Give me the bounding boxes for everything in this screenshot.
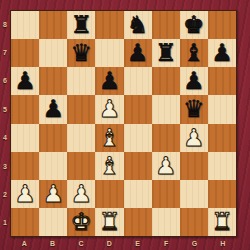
piece-white-pawn-a2[interactable]: ♟ xyxy=(14,182,36,206)
square-b7[interactable] xyxy=(39,39,67,67)
square-h5[interactable] xyxy=(208,95,236,123)
square-c5[interactable] xyxy=(67,95,95,123)
file-label-g: G xyxy=(180,237,208,249)
rank-label-5: 5 xyxy=(0,95,10,123)
piece-black-rook-f7[interactable]: ♜ xyxy=(155,41,177,65)
piece-black-queen-g5[interactable]: ♛ xyxy=(183,97,205,121)
piece-black-rook-c8[interactable]: ♜ xyxy=(71,13,93,37)
square-a3[interactable] xyxy=(11,152,39,180)
square-h3[interactable] xyxy=(208,152,236,180)
square-h6[interactable] xyxy=(208,67,236,95)
file-label-d: D xyxy=(95,237,123,249)
square-f2[interactable] xyxy=(152,180,180,208)
piece-black-pawn-e7[interactable]: ♟ xyxy=(127,41,149,65)
piece-black-knight-e8[interactable]: ♞ xyxy=(127,13,149,37)
rank-label-7: 7 xyxy=(0,38,10,66)
square-a8[interactable] xyxy=(11,11,39,39)
square-e5[interactable] xyxy=(124,95,152,123)
file-label-f: F xyxy=(152,237,180,249)
square-f3[interactable]: ♟ xyxy=(152,152,180,180)
file-label-e: E xyxy=(124,237,152,249)
file-label-b: B xyxy=(38,237,66,249)
square-f7[interactable]: ♜ xyxy=(152,39,180,67)
square-a7[interactable] xyxy=(11,39,39,67)
square-b1[interactable] xyxy=(39,208,67,236)
rank-label-3: 3 xyxy=(0,152,10,180)
piece-black-bishop-g7[interactable]: ♝ xyxy=(183,41,205,65)
square-g8[interactable]: ♚ xyxy=(180,11,208,39)
square-e1[interactable] xyxy=(124,208,152,236)
square-e3[interactable] xyxy=(124,152,152,180)
piece-white-pawn-d5[interactable]: ♟ xyxy=(99,97,121,121)
piece-black-queen-c7[interactable]: ♛ xyxy=(71,41,93,65)
piece-white-rook-h1[interactable]: ♜ xyxy=(211,210,233,234)
square-c4[interactable] xyxy=(67,124,95,152)
square-g4[interactable]: ♟ xyxy=(180,124,208,152)
chessboard-widget: 87654321 ♜♞♚♛♟♜♝♟♟♟♟♟♟♛♝♟♝♟♟♟♟♚♜♜ ABCDEF… xyxy=(0,0,250,250)
square-g6[interactable]: ♟ xyxy=(180,67,208,95)
square-e2[interactable] xyxy=(124,180,152,208)
square-c1[interactable]: ♚ xyxy=(67,208,95,236)
square-g1[interactable] xyxy=(180,208,208,236)
square-b6[interactable] xyxy=(39,67,67,95)
square-f1[interactable] xyxy=(152,208,180,236)
square-b4[interactable] xyxy=(39,124,67,152)
square-f5[interactable] xyxy=(152,95,180,123)
square-e8[interactable]: ♞ xyxy=(124,11,152,39)
piece-white-bishop-d4[interactable]: ♝ xyxy=(99,126,121,150)
piece-white-pawn-c2[interactable]: ♟ xyxy=(71,182,93,206)
piece-white-rook-d1[interactable]: ♜ xyxy=(99,210,121,234)
square-g7[interactable]: ♝ xyxy=(180,39,208,67)
square-b8[interactable] xyxy=(39,11,67,39)
rank-label-8: 8 xyxy=(0,10,10,38)
square-c6[interactable] xyxy=(67,67,95,95)
square-a5[interactable] xyxy=(11,95,39,123)
piece-white-bishop-d3[interactable]: ♝ xyxy=(99,154,121,178)
square-a2[interactable]: ♟ xyxy=(11,180,39,208)
file-label-h: H xyxy=(209,237,237,249)
square-a6[interactable]: ♟ xyxy=(11,67,39,95)
rank-label-4: 4 xyxy=(0,124,10,152)
piece-white-pawn-g4[interactable]: ♟ xyxy=(183,126,205,150)
square-d6[interactable]: ♟ xyxy=(95,67,123,95)
square-c7[interactable]: ♛ xyxy=(67,39,95,67)
file-label-a: A xyxy=(10,237,38,249)
square-h8[interactable] xyxy=(208,11,236,39)
square-c3[interactable] xyxy=(67,152,95,180)
piece-white-pawn-f3[interactable]: ♟ xyxy=(155,154,177,178)
rank-label-2: 2 xyxy=(0,180,10,208)
square-d8[interactable] xyxy=(95,11,123,39)
square-b2[interactable]: ♟ xyxy=(39,180,67,208)
piece-black-pawn-d6[interactable]: ♟ xyxy=(99,69,121,93)
square-f4[interactable] xyxy=(152,124,180,152)
piece-black-pawn-h7[interactable]: ♟ xyxy=(211,41,233,65)
square-h4[interactable] xyxy=(208,124,236,152)
square-a1[interactable] xyxy=(11,208,39,236)
piece-black-king-g8[interactable]: ♚ xyxy=(183,13,205,37)
square-c2[interactable]: ♟ xyxy=(67,180,95,208)
square-d4[interactable]: ♝ xyxy=(95,124,123,152)
square-e4[interactable] xyxy=(124,124,152,152)
square-h2[interactable] xyxy=(208,180,236,208)
square-d1[interactable]: ♜ xyxy=(95,208,123,236)
square-f8[interactable] xyxy=(152,11,180,39)
square-e6[interactable] xyxy=(124,67,152,95)
rank-labels: 87654321 xyxy=(0,10,10,237)
square-d3[interactable]: ♝ xyxy=(95,152,123,180)
chess-board: ♜♞♚♛♟♜♝♟♟♟♟♟♟♛♝♟♝♟♟♟♟♚♜♜ xyxy=(10,10,237,237)
square-d5[interactable]: ♟ xyxy=(95,95,123,123)
square-g3[interactable] xyxy=(180,152,208,180)
square-d7[interactable] xyxy=(95,39,123,67)
square-b5[interactable]: ♟ xyxy=(39,95,67,123)
square-g2[interactable] xyxy=(180,180,208,208)
rank-label-6: 6 xyxy=(0,67,10,95)
square-a4[interactable] xyxy=(11,124,39,152)
rank-label-1: 1 xyxy=(0,209,10,237)
piece-black-pawn-b5[interactable]: ♟ xyxy=(42,97,64,121)
piece-black-pawn-a6[interactable]: ♟ xyxy=(14,69,36,93)
square-g5[interactable]: ♛ xyxy=(180,95,208,123)
file-labels: ABCDEFGH xyxy=(10,237,237,249)
square-e7[interactable]: ♟ xyxy=(124,39,152,67)
piece-white-king-c1[interactable]: ♚ xyxy=(71,210,93,234)
piece-black-pawn-g6[interactable]: ♟ xyxy=(183,69,205,93)
square-h1[interactable]: ♜ xyxy=(208,208,236,236)
file-label-c: C xyxy=(67,237,95,249)
square-c8[interactable]: ♜ xyxy=(67,11,95,39)
piece-white-pawn-b2[interactable]: ♟ xyxy=(42,182,64,206)
square-b3[interactable] xyxy=(39,152,67,180)
square-h7[interactable]: ♟ xyxy=(208,39,236,67)
square-f6[interactable] xyxy=(152,67,180,95)
square-d2[interactable] xyxy=(95,180,123,208)
